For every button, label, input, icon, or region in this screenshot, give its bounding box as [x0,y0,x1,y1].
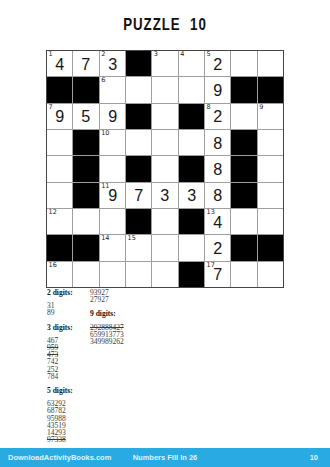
black-cell-r3c4 [126,104,151,129]
black-cell-r5c6 [179,156,204,181]
grid-cell-r7c2[interactable] [73,209,98,234]
fill-in-grid: 1472334526979598291088119733812134141521… [46,50,284,288]
grid-cell-r6c7[interactable]: 8 [205,183,230,208]
cell-value: 8 [206,130,230,155]
black-cell-r4c8 [231,130,256,155]
grid-cell-r3c2[interactable]: 5 [73,104,98,129]
grid-cell-r1c2[interactable]: 7 [73,51,98,76]
grid-cell-r9c1[interactable]: 16 [47,262,72,287]
grid-cell-r6c9[interactable] [258,183,283,208]
clue-number: 14 [101,235,109,242]
footer-book-title: Numbers Fill In 26 [0,453,330,462]
grid-cell-r3c3[interactable]: 9 [100,104,125,129]
cell-value: 9 [206,77,230,102]
grid-cell-r9c3[interactable] [100,262,125,287]
black-cell-r5c2 [73,156,98,181]
grid-cell-r1c5[interactable]: 3 [152,51,177,76]
grid-cell-r5c9[interactable] [258,156,283,181]
clue-list-header: 2 digits: [47,289,73,296]
clue-list-header: 5 digits: [47,387,73,394]
grid-cell-r9c4[interactable] [126,262,151,287]
grid-cell-r8c4[interactable]: 15 [126,235,151,260]
cell-value: 2 [206,235,230,260]
cell-value: 4 [206,209,230,234]
grid-cell-r4c6[interactable] [179,130,204,155]
cell-value: 3 [153,183,177,208]
cell-value: 8 [206,156,230,181]
grid-cell-r8c5[interactable] [152,235,177,260]
cell-value: 9 [100,104,124,129]
clue-list-number: 349989262 [90,338,124,345]
clue-list-number: 784 [47,373,73,380]
footer-bar: DownloadActivityBooks.com Numbers Fill I… [0,448,330,467]
puzzle-page: PUZZLE 10 147233452697959829108811973381… [0,0,330,467]
clue-list-number: 97338 [47,436,73,443]
grid-cell-r4c7[interactable]: 8 [205,130,230,155]
clue-number: 3 [154,51,158,58]
grid-cell-r7c3[interactable] [100,209,125,234]
grid-cell-r9c8[interactable] [231,262,256,287]
black-cell-r2c2 [73,77,98,102]
black-cell-r6c8 [231,183,256,208]
grid-cell-r7c5[interactable] [152,209,177,234]
black-cell-r3c6 [179,104,204,129]
clue-number: 9 [259,104,263,111]
grid-cell-r9c7[interactable]: 177 [205,262,230,287]
grid-cell-r1c1[interactable]: 14 [47,51,72,76]
grid-cell-r3c1[interactable]: 79 [47,104,72,129]
grid-cell-r4c5[interactable] [152,130,177,155]
grid-cell-r3c8[interactable] [231,104,256,129]
black-cell-r5c8 [231,156,256,181]
grid-cell-r5c5[interactable] [152,156,177,181]
cell-value: 3 [179,183,203,208]
grid-cell-r9c2[interactable] [73,262,98,287]
black-cell-r2c9 [258,77,283,102]
grid-cell-r6c4[interactable]: 7 [126,183,151,208]
grid-cell-r4c4[interactable] [126,130,151,155]
clue-list-number: 89 [47,309,73,316]
grid-cell-r4c3[interactable]: 10 [100,130,125,155]
clue-number: 16 [49,262,57,269]
grid-cell-r5c3[interactable] [100,156,125,181]
grid-cell-r7c9[interactable] [258,209,283,234]
clue-number: 6 [101,77,105,84]
grid-cell-r2c3[interactable]: 6 [100,77,125,102]
grid-cell-r5c7[interactable]: 8 [205,156,230,181]
cell-value: 9 [100,183,124,208]
grid-cell-r8c3[interactable]: 14 [100,235,125,260]
grid-cell-r2c4[interactable] [126,77,151,102]
clue-list-number: 27927 [90,296,124,303]
cell-value: 7 [206,262,230,287]
grid-cell-r7c1[interactable]: 12 [47,209,72,234]
clue-number: 12 [49,209,57,216]
black-cell-r8c9 [258,235,283,260]
grid-cell-r6c6[interactable]: 3 [179,183,204,208]
black-cell-r8c8 [231,235,256,260]
black-cell-r5c4 [126,156,151,181]
cell-value: 5 [74,104,98,129]
grid-cell-r3c9[interactable]: 9 [258,104,283,129]
black-cell-r6c2 [73,183,98,208]
cell-value: 7 [74,51,98,76]
clue-col-2: 93927279279 digits:292888427659913773349… [90,289,124,345]
clue-list-header: 3 digits: [47,324,73,331]
grid-cell-r9c9[interactable] [258,262,283,287]
cell-value: 2 [206,51,230,76]
clue-list-header: 9 digits: [90,310,124,317]
grid-cell-r1c3[interactable]: 23 [100,51,125,76]
grid-cell-r6c1[interactable] [47,183,72,208]
clue-number: 10 [101,130,109,137]
black-cell-r9c6 [179,262,204,287]
cell-value: 3 [100,51,124,76]
grid-cell-r7c7[interactable]: 134 [205,209,230,234]
grid-cell-r3c5[interactable] [152,104,177,129]
black-cell-r4c2 [73,130,98,155]
grid-cell-r6c5[interactable]: 3 [152,183,177,208]
grid-cell-r5c1[interactable] [47,156,72,181]
grid-cell-r4c9[interactable] [258,130,283,155]
grid-cell-r2c7[interactable]: 9 [205,77,230,102]
footer-page-number: 10 [310,453,318,462]
grid-cell-r1c6[interactable]: 4 [179,51,204,76]
clue-col-1: 2 digits:31893 digits:467959473742252784… [47,289,73,443]
grid-cell-r2c5[interactable] [152,77,177,102]
cell-value: 8 [206,183,230,208]
cell-value: 4 [48,51,72,76]
cell-value: 9 [48,104,72,129]
grid-cell-r1c8[interactable] [231,51,256,76]
grid-cell-r9c5[interactable] [152,262,177,287]
grid-cell-r8c6[interactable] [179,235,204,260]
black-cell-r2c8 [231,77,256,102]
grid-cell-r1c7[interactable]: 52 [205,51,230,76]
grid-cell-r7c8[interactable] [231,209,256,234]
black-cell-r8c1 [47,235,72,260]
black-cell-r8c2 [73,235,98,260]
cell-value: 7 [127,183,151,208]
grid-cell-r4c1[interactable] [47,130,72,155]
grid-cell-r2c6[interactable] [179,77,204,102]
grid-cell-r1c9[interactable] [258,51,283,76]
black-cell-r2c1 [47,77,72,102]
puzzle-title: PUZZLE 10 [8,15,322,33]
black-cell-r7c6 [179,209,204,234]
clue-number: 4 [180,51,184,58]
cell-value: 2 [206,104,230,129]
black-cell-r1c4 [126,51,151,76]
black-cell-r7c4 [126,209,151,234]
grid-cell-r6c3[interactable]: 119 [100,183,125,208]
grid-cell-r8c7[interactable]: 2 [205,235,230,260]
grid-cell-r3c7[interactable]: 82 [205,104,230,129]
clue-number: 15 [128,235,136,242]
